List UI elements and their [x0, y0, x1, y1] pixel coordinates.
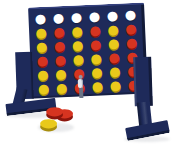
cell-r2c1-yellow-disc: ● — [35, 25, 47, 38]
scale-figure — [76, 75, 86, 99]
board-grid: ●●●●●●●●●●●●●●●●●●●●●●●●●●●●●●●●●●●● — [31, 7, 143, 96]
cell-r1c5-empty-hole: ● — [107, 8, 119, 21]
cell-r4c2-red-disc: ● — [54, 52, 66, 65]
cell-r1c4-empty-hole: ● — [89, 9, 101, 22]
cell-r2c3-yellow-disc: ● — [71, 24, 83, 37]
cell-r3c6-red-disc: ● — [126, 35, 138, 48]
cell-r5c5-yellow-disc: ● — [109, 64, 121, 77]
cell-r2c6-red-disc: ● — [125, 21, 137, 34]
connect-four-board: ●●●●●●●●●●●●●●●●●●●●●●●●●●●●●●●●●●●● — [28, 3, 148, 99]
cell-r1c6-empty-hole: ● — [125, 7, 137, 20]
cell-r3c3-yellow-disc: ● — [72, 38, 84, 51]
cell-r4c4-yellow-disc: ● — [90, 51, 102, 64]
cell-r6c4-yellow-disc: ● — [92, 79, 104, 92]
disc-face: ● — [45, 107, 64, 115]
scale-figure-legs — [79, 88, 83, 98]
scale-figure-torso — [78, 79, 83, 88]
cell-r1c2-empty-hole: ● — [53, 11, 65, 24]
cell-r6c2-yellow-disc: ● — [56, 80, 68, 93]
cell-r2c2-red-disc: ● — [53, 24, 65, 37]
product-photo-scene: ●●●●●●●●●●●●●●●●●●●●●●●●●●●●●●●●●●●● ●●●… — [0, 0, 177, 153]
cell-r1c3-empty-hole: ● — [71, 10, 83, 23]
cell-r3c1-yellow-disc: ● — [36, 39, 48, 52]
cell-r4c1-red-disc: ● — [36, 53, 48, 66]
cell-r5c1-yellow-disc: ● — [37, 67, 49, 80]
cell-r5c4-yellow-disc: ● — [91, 65, 103, 78]
right-side-panel — [133, 57, 153, 107]
cell-r3c4-red-disc: ● — [90, 37, 102, 50]
cell-r6c5-yellow-disc: ● — [110, 78, 122, 91]
cell-r6c1-yellow-disc: ● — [38, 81, 50, 94]
cell-r3c2-red-disc: ● — [54, 38, 66, 51]
loose-red-disc: ●● — [45, 104, 67, 118]
cell-r1c1-empty-hole: ● — [35, 11, 47, 24]
cell-r3c5-yellow-disc: ● — [108, 36, 120, 49]
cell-r5c2-yellow-disc: ● — [55, 66, 67, 79]
cell-r4c3-yellow-disc: ● — [72, 52, 84, 65]
cell-r4c5-red-disc: ● — [108, 50, 120, 63]
cell-r2c5-yellow-disc: ● — [107, 22, 119, 35]
cell-r2c4-red-disc: ● — [89, 23, 101, 36]
